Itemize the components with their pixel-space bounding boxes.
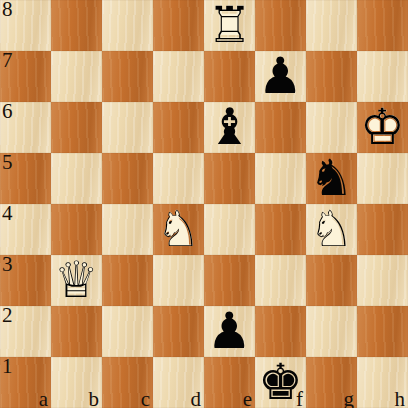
square-f1[interactable]: f♚ <box>255 357 306 408</box>
file-label-h: h <box>395 388 406 408</box>
square-h2[interactable] <box>357 306 408 357</box>
square-a2[interactable]: 2 <box>0 306 51 357</box>
square-d7[interactable] <box>153 51 204 102</box>
rank-label-2: 2 <box>2 304 13 327</box>
square-b8[interactable] <box>51 0 102 51</box>
white-rook-glyph-outline: ♖ <box>204 0 255 49</box>
square-b3[interactable]: ♛♕ <box>51 255 102 306</box>
rank-label-7: 7 <box>2 49 13 72</box>
square-d5[interactable] <box>153 153 204 204</box>
square-g2[interactable] <box>306 306 357 357</box>
file-label-c: c <box>141 388 150 408</box>
square-c4[interactable] <box>102 204 153 255</box>
white-rook-e8[interactable]: ♜♖ <box>204 0 255 51</box>
square-g5[interactable]: ♞ <box>306 153 357 204</box>
square-f2[interactable] <box>255 306 306 357</box>
square-h5[interactable] <box>357 153 408 204</box>
square-b1[interactable]: b <box>51 357 102 408</box>
file-label-b: b <box>89 388 100 408</box>
file-label-g: g <box>344 388 355 408</box>
square-a7[interactable]: 7 <box>0 51 51 102</box>
square-g1[interactable]: g <box>306 357 357 408</box>
white-king-glyph-outline: ♔ <box>357 101 408 151</box>
square-h4[interactable] <box>357 204 408 255</box>
square-g8[interactable] <box>306 0 357 51</box>
square-d6[interactable] <box>153 102 204 153</box>
square-c5[interactable] <box>102 153 153 204</box>
rank-label-5: 5 <box>2 151 13 174</box>
black-bishop-e6[interactable]: ♝ <box>204 102 255 153</box>
white-knight-glyph-outline: ♘ <box>153 203 204 253</box>
white-queen-glyph-outline: ♕ <box>51 254 102 304</box>
file-label-d: d <box>191 388 202 408</box>
white-knight-glyph-outline: ♘ <box>306 203 357 253</box>
square-h3[interactable] <box>357 255 408 306</box>
square-f4[interactable] <box>255 204 306 255</box>
rank-label-8: 8 <box>2 0 13 21</box>
file-label-e: e <box>243 388 252 408</box>
square-e7[interactable] <box>204 51 255 102</box>
square-c2[interactable] <box>102 306 153 357</box>
white-queen-b3[interactable]: ♛♕ <box>51 255 102 306</box>
square-e2[interactable]: ♟ <box>204 306 255 357</box>
square-g6[interactable] <box>306 102 357 153</box>
square-c3[interactable] <box>102 255 153 306</box>
square-c8[interactable] <box>102 0 153 51</box>
square-g3[interactable] <box>306 255 357 306</box>
square-b5[interactable] <box>51 153 102 204</box>
square-f3[interactable] <box>255 255 306 306</box>
square-d4[interactable]: ♞♘ <box>153 204 204 255</box>
square-d1[interactable]: d <box>153 357 204 408</box>
square-h8[interactable] <box>357 0 408 51</box>
square-f8[interactable] <box>255 0 306 51</box>
square-a8[interactable]: 8 <box>0 0 51 51</box>
square-b7[interactable] <box>51 51 102 102</box>
square-d2[interactable] <box>153 306 204 357</box>
square-e8[interactable]: ♜♖ <box>204 0 255 51</box>
rank-label-1: 1 <box>2 355 13 378</box>
square-a4[interactable]: 4 <box>0 204 51 255</box>
file-label-a: a <box>39 388 48 408</box>
square-d8[interactable] <box>153 0 204 51</box>
square-h6[interactable]: ♚♔ <box>357 102 408 153</box>
square-b4[interactable] <box>51 204 102 255</box>
square-c1[interactable]: c <box>102 357 153 408</box>
rank-label-3: 3 <box>2 253 13 276</box>
square-h1[interactable]: h <box>357 357 408 408</box>
square-g4[interactable]: ♞♘ <box>306 204 357 255</box>
black-king-f1[interactable]: ♚ <box>255 357 306 408</box>
white-king-h6[interactable]: ♚♔ <box>357 102 408 153</box>
square-a1[interactable]: 1a <box>0 357 51 408</box>
black-knight-g5[interactable]: ♞ <box>306 153 357 204</box>
chess-board: 8♜♖7♟6♝♚♔5♞4♞♘♞♘3♛♕2♟1abcdef♚gh <box>0 0 408 408</box>
square-b6[interactable] <box>51 102 102 153</box>
black-pawn-f7[interactable]: ♟ <box>255 51 306 102</box>
square-e6[interactable]: ♝ <box>204 102 255 153</box>
black-pawn-glyph-fill: ♟ <box>204 305 255 355</box>
square-e5[interactable] <box>204 153 255 204</box>
square-e3[interactable] <box>204 255 255 306</box>
black-king-glyph-fill: ♚ <box>255 356 306 406</box>
black-pawn-e2[interactable]: ♟ <box>204 306 255 357</box>
square-a5[interactable]: 5 <box>0 153 51 204</box>
black-pawn-glyph-fill: ♟ <box>255 50 306 100</box>
square-g7[interactable] <box>306 51 357 102</box>
white-knight-g4[interactable]: ♞♘ <box>306 204 357 255</box>
square-d3[interactable] <box>153 255 204 306</box>
square-h7[interactable] <box>357 51 408 102</box>
black-bishop-glyph-fill: ♝ <box>204 101 255 151</box>
square-a3[interactable]: 3 <box>0 255 51 306</box>
square-c7[interactable] <box>102 51 153 102</box>
square-e4[interactable] <box>204 204 255 255</box>
square-c6[interactable] <box>102 102 153 153</box>
square-e1[interactable]: e <box>204 357 255 408</box>
rank-label-4: 4 <box>2 202 13 225</box>
white-knight-d4[interactable]: ♞♘ <box>153 204 204 255</box>
square-f5[interactable] <box>255 153 306 204</box>
rank-label-6: 6 <box>2 100 13 123</box>
square-b2[interactable] <box>51 306 102 357</box>
square-a6[interactable]: 6 <box>0 102 51 153</box>
square-f7[interactable]: ♟ <box>255 51 306 102</box>
square-f6[interactable] <box>255 102 306 153</box>
black-knight-glyph-fill: ♞ <box>306 152 357 202</box>
